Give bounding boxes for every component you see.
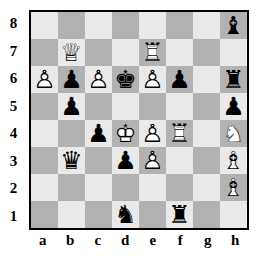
square-f3[interactable]	[166, 147, 193, 174]
square-a8[interactable]	[31, 12, 58, 39]
square-b5[interactable]: ♟	[58, 93, 85, 120]
piece-black-rook[interactable]: ♜	[168, 202, 190, 227]
square-f2[interactable]	[166, 174, 193, 201]
square-b2[interactable]	[58, 174, 85, 201]
square-e7[interactable]: ♜♖	[139, 39, 166, 66]
piece-white-king[interactable]: ♚♔	[114, 121, 136, 146]
square-d4[interactable]: ♚♔	[112, 120, 139, 147]
rank-labels: 87654321	[0, 10, 27, 230]
piece-glyph: ♖	[141, 39, 163, 66]
rank-label-4: 4	[0, 120, 27, 148]
piece-white-bishop[interactable]: ♝♗	[222, 148, 244, 173]
square-g4[interactable]	[193, 120, 220, 147]
rank-label-3: 3	[0, 148, 27, 176]
square-c4[interactable]: ♟	[85, 120, 112, 147]
piece-glyph: ♙	[141, 147, 163, 174]
file-label-g: g	[194, 230, 222, 250]
piece-white-bishop[interactable]: ♝♗	[222, 175, 244, 200]
piece-black-king[interactable]: ♚	[114, 67, 136, 92]
square-a6[interactable]: ♟♙	[31, 66, 58, 93]
square-a5[interactable]	[31, 93, 58, 120]
square-d7[interactable]	[112, 39, 139, 66]
rank-label-6: 6	[0, 65, 27, 93]
square-c3[interactable]	[85, 147, 112, 174]
piece-black-bishop[interactable]: ♝	[222, 13, 244, 38]
square-g8[interactable]	[193, 12, 220, 39]
rank-label-5: 5	[0, 93, 27, 121]
piece-glyph: ♟	[222, 93, 244, 120]
piece-glyph: ♟	[168, 66, 190, 93]
square-d1[interactable]: ♞	[112, 201, 139, 228]
square-a4[interactable]	[31, 120, 58, 147]
piece-glyph: ♞	[114, 201, 136, 228]
square-b6[interactable]: ♟	[58, 66, 85, 93]
square-h4[interactable]: ♞♘	[220, 120, 247, 147]
piece-glyph: ♖	[168, 120, 190, 147]
piece-white-pawn[interactable]: ♟♙	[141, 67, 163, 92]
square-f5[interactable]	[166, 93, 193, 120]
square-h5[interactable]: ♟	[220, 93, 247, 120]
square-e8[interactable]	[139, 12, 166, 39]
square-c2[interactable]	[85, 174, 112, 201]
piece-black-pawn[interactable]: ♟	[168, 67, 190, 92]
square-f1[interactable]: ♜	[166, 201, 193, 228]
file-label-d: d	[112, 230, 140, 250]
square-h6[interactable]: ♜	[220, 66, 247, 93]
rank-label-8: 8	[0, 10, 27, 38]
piece-glyph: ♜	[168, 201, 190, 228]
square-d8[interactable]	[112, 12, 139, 39]
square-g3[interactable]	[193, 147, 220, 174]
square-c7[interactable]	[85, 39, 112, 66]
file-label-b: b	[57, 230, 85, 250]
square-e5[interactable]	[139, 93, 166, 120]
piece-white-pawn[interactable]: ♟♙	[141, 148, 163, 173]
piece-glyph: ♙	[33, 66, 55, 93]
piece-glyph: ♕	[60, 39, 82, 66]
square-g6[interactable]	[193, 66, 220, 93]
square-d6[interactable]: ♚	[112, 66, 139, 93]
square-g2[interactable]	[193, 174, 220, 201]
square-h3[interactable]: ♝♗	[220, 147, 247, 174]
square-h2[interactable]: ♝♗	[220, 174, 247, 201]
piece-black-pawn[interactable]: ♟	[222, 94, 244, 119]
square-c8[interactable]	[85, 12, 112, 39]
piece-white-rook[interactable]: ♜♖	[168, 121, 190, 146]
piece-glyph: ♟	[87, 120, 109, 147]
piece-glyph: ♙	[141, 120, 163, 147]
piece-glyph: ♚	[114, 66, 136, 93]
square-d3[interactable]: ♟	[112, 147, 139, 174]
file-labels: abcdefgh	[29, 230, 249, 250]
piece-black-knight[interactable]: ♞	[114, 202, 136, 227]
piece-white-knight[interactable]: ♞♘	[222, 121, 244, 146]
piece-white-pawn[interactable]: ♟♙	[33, 67, 55, 92]
square-f4[interactable]: ♜♖	[166, 120, 193, 147]
chess-board: ♝♛♕♜♖♟♙♟♟♙♚♟♙♟♜♟♟♟♚♔♟♙♜♖♞♘♛♟♟♙♝♗♝♗♞♜	[29, 10, 249, 230]
square-b4[interactable]	[58, 120, 85, 147]
square-b8[interactable]	[58, 12, 85, 39]
piece-glyph: ♙	[87, 66, 109, 93]
piece-glyph: ♝	[222, 12, 244, 39]
piece-glyph: ♘	[222, 120, 244, 147]
rank-label-7: 7	[0, 38, 27, 66]
piece-glyph: ♟	[60, 93, 82, 120]
piece-black-pawn[interactable]: ♟	[60, 67, 82, 92]
square-g5[interactable]	[193, 93, 220, 120]
piece-black-pawn[interactable]: ♟	[60, 94, 82, 119]
piece-glyph: ♛	[60, 147, 82, 174]
rank-label-1: 1	[0, 203, 27, 231]
square-a2[interactable]	[31, 174, 58, 201]
square-b1[interactable]	[58, 201, 85, 228]
file-label-h: h	[222, 230, 250, 250]
file-label-e: e	[139, 230, 167, 250]
piece-glyph: ♙	[141, 66, 163, 93]
square-c1[interactable]	[85, 201, 112, 228]
square-e6[interactable]: ♟♙	[139, 66, 166, 93]
square-a7[interactable]	[31, 39, 58, 66]
square-d2[interactable]	[112, 174, 139, 201]
file-label-c: c	[84, 230, 112, 250]
square-g7[interactable]	[193, 39, 220, 66]
square-h8[interactable]: ♝	[220, 12, 247, 39]
piece-white-rook[interactable]: ♜♖	[141, 40, 163, 65]
square-g1[interactable]	[193, 201, 220, 228]
piece-black-pawn[interactable]: ♟	[114, 148, 136, 173]
piece-glyph: ♗	[222, 147, 244, 174]
piece-glyph: ♟	[60, 66, 82, 93]
square-f6[interactable]: ♟	[166, 66, 193, 93]
piece-glyph: ♜	[222, 66, 244, 93]
square-c5[interactable]	[85, 93, 112, 120]
square-f8[interactable]	[166, 12, 193, 39]
square-e1[interactable]	[139, 201, 166, 228]
rank-label-2: 2	[0, 175, 27, 203]
piece-white-queen[interactable]: ♛♕	[60, 40, 82, 65]
square-a3[interactable]	[31, 147, 58, 174]
file-label-f: f	[167, 230, 195, 250]
piece-white-pawn[interactable]: ♟♙	[141, 121, 163, 146]
piece-white-pawn[interactable]: ♟♙	[87, 67, 109, 92]
piece-glyph: ♟	[114, 147, 136, 174]
piece-black-rook[interactable]: ♜	[222, 67, 244, 92]
square-b7[interactable]: ♛♕	[58, 39, 85, 66]
square-h7[interactable]	[220, 39, 247, 66]
square-e4[interactable]: ♟♙	[139, 120, 166, 147]
square-b3[interactable]: ♛	[58, 147, 85, 174]
square-a1[interactable]	[31, 201, 58, 228]
square-e2[interactable]	[139, 174, 166, 201]
piece-glyph: ♔	[114, 120, 136, 147]
square-d5[interactable]	[112, 93, 139, 120]
piece-black-pawn[interactable]: ♟	[87, 121, 109, 146]
piece-glyph: ♗	[222, 174, 244, 201]
file-label-a: a	[29, 230, 57, 250]
piece-black-queen[interactable]: ♛	[60, 148, 82, 173]
square-c6[interactable]: ♟♙	[85, 66, 112, 93]
square-f7[interactable]	[166, 39, 193, 66]
square-h1[interactable]	[220, 201, 247, 228]
square-e3[interactable]: ♟♙	[139, 147, 166, 174]
